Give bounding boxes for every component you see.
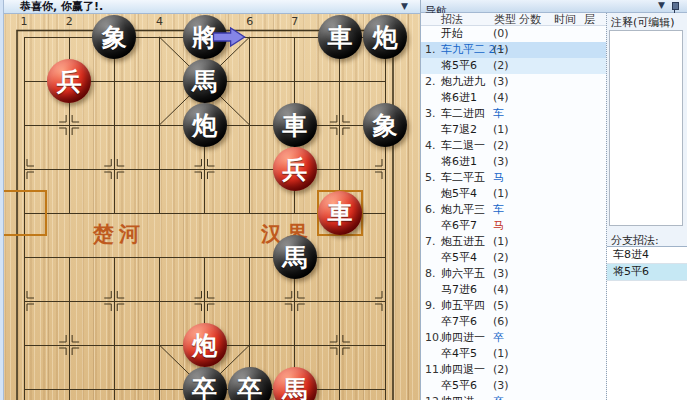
move-text: 卒5平4	[441, 250, 477, 266]
move-type: (4)	[493, 282, 509, 298]
move-text: 车二退一	[441, 138, 485, 154]
move-type: 车	[493, 202, 504, 218]
move-text: 炮五进五	[441, 234, 485, 250]
move-number: 10.	[425, 330, 443, 346]
move-text: 马7进6	[441, 282, 477, 298]
move-row[interactable]: 9.帅五平四(5)	[421, 298, 606, 314]
comment-textarea[interactable]	[609, 30, 683, 226]
move-row[interactable]: 卒5平4(2)	[421, 250, 606, 266]
move-row[interactable]: 卒6平7马	[421, 218, 606, 234]
move-text: 炮5平4	[441, 186, 477, 202]
move-text: 开始	[441, 26, 463, 42]
move-number: 5.	[425, 170, 436, 186]
move-number: 3.	[425, 106, 436, 122]
move-row[interactable]: 卒7平6(6)	[421, 314, 606, 330]
move-text: 帅五平四	[441, 298, 485, 314]
xiangqi-board[interactable]: 123456789楚河汉界象將車炮兵馬炮車象兵車馬炮卒卒馬	[4, 14, 420, 400]
col-header-type: 类型	[494, 13, 516, 26]
col-header-score: 分数	[519, 13, 541, 26]
move-row[interactable]: 10.帅四进一卒	[421, 330, 606, 346]
move-row[interactable]: 将5平6(2)	[421, 58, 606, 74]
move-type: (2)	[493, 58, 509, 74]
move-text: 帅四退一	[441, 362, 485, 378]
move-row[interactable]: 车7退2(1)	[421, 122, 606, 138]
col-header-time: 时间	[554, 13, 576, 26]
move-type: (3)	[493, 378, 509, 394]
move-row[interactable]: 6.炮九平三车	[421, 202, 606, 218]
navigation-titlebar: 导航 ▼	[421, 0, 687, 13]
move-type: (1)	[493, 42, 509, 58]
move-row[interactable]: 11.帅四退一(2)	[421, 362, 606, 378]
move-number: 6.	[425, 202, 436, 218]
move-table-header: 招法 类型 分数 时间 层	[421, 13, 606, 26]
move-type: (2)	[493, 362, 509, 378]
move-number: 9.	[425, 298, 436, 314]
move-row[interactable]: 1.车九平二 2~(1)	[421, 42, 606, 58]
move-text: 车7退2	[441, 122, 477, 138]
message-menu-chevron-icon[interactable]: ▼	[401, 1, 408, 11]
move-number: 4.	[425, 138, 436, 154]
branch-move-list: 车8进4将5平6	[607, 246, 687, 400]
move-type: 车	[493, 106, 504, 122]
move-text: 卒7平6	[441, 314, 477, 330]
move-number: 7.	[425, 234, 436, 250]
move-type: 马	[493, 218, 504, 234]
panel-menu-chevron-icon[interactable]: ▼	[658, 0, 665, 10]
move-type: (0)	[493, 26, 509, 42]
move-text: 车二进四	[441, 106, 485, 122]
move-number: 12.	[425, 394, 443, 400]
move-text: 炮九平三	[441, 202, 485, 218]
move-text: 车二平五	[441, 170, 485, 186]
move-type: 马	[493, 170, 504, 186]
move-row[interactable]: 马7进6(4)	[421, 282, 606, 298]
move-type: (4)	[493, 90, 509, 106]
move-row[interactable]: 8.帅六平五(3)	[421, 266, 606, 282]
move-type: (2)	[493, 138, 509, 154]
move-number: 1.	[425, 42, 436, 58]
move-row[interactable]: 将6进1(4)	[421, 90, 606, 106]
move-row[interactable]: 炮5平4(1)	[421, 186, 606, 202]
move-row[interactable]: 2.炮九进九(3)	[421, 74, 606, 90]
side-panel: 注释(可编辑) 分支招法: 车8进4将5平6	[607, 13, 687, 400]
move-row[interactable]: 开始(0)	[421, 26, 606, 42]
move-type: (1)	[493, 346, 509, 362]
move-type: (1)	[493, 186, 509, 202]
move-type: 卒	[493, 330, 504, 346]
move-arrow	[4, 14, 420, 400]
move-text: 将6进1	[441, 90, 477, 106]
move-number: 11.	[425, 362, 443, 378]
move-row[interactable]: 卒4平5(1)	[421, 346, 606, 362]
message-bar: 恭喜你, 你赢了!. ▼	[4, 0, 420, 14]
move-type: (6)	[493, 314, 509, 330]
col-header-layer: 层	[584, 13, 595, 26]
move-type: (3)	[493, 74, 509, 90]
move-row[interactable]: 将6进1(3)	[421, 154, 606, 170]
comment-label: 注释(可编辑)	[607, 13, 687, 30]
move-type: 卒	[493, 394, 504, 400]
move-text: 帅六平五	[441, 266, 485, 282]
branch-move-row[interactable]: 车8进4	[607, 247, 687, 264]
move-type: (1)	[493, 234, 509, 250]
move-row[interactable]: 4.车二退一(2)	[421, 138, 606, 154]
pin-icon[interactable]	[672, 2, 679, 10]
move-row[interactable]: 12.帅四进一卒	[421, 394, 606, 400]
navigation-panel: 导航 ▼ 招法 类型 分数 时间 层 开始(0)1.车九平二 2~(1)将5平6…	[420, 0, 687, 400]
move-text: 将6进1	[441, 154, 477, 170]
move-type: (3)	[493, 266, 509, 282]
move-text: 卒5平6	[441, 378, 477, 394]
move-type: (1)	[493, 122, 509, 138]
move-row[interactable]: 5.车二平五马	[421, 170, 606, 186]
move-row[interactable]: 7.炮五进五(1)	[421, 234, 606, 250]
branch-move-row[interactable]: 将5平6	[607, 264, 687, 281]
win-message: 恭喜你, 你赢了!.	[4, 0, 103, 13]
move-text: 帅四进一	[441, 330, 485, 346]
move-list: 开始(0)1.车九平二 2~(1)将5平6(2)2.炮九进九(3)将6进1(4)…	[421, 26, 606, 400]
move-text: 卒4平5	[441, 346, 477, 362]
move-text: 帅四进一	[441, 394, 485, 400]
move-type: (2)	[493, 250, 509, 266]
move-row[interactable]: 3.车二进四车	[421, 106, 606, 122]
move-text: 卒6平7	[441, 218, 477, 234]
move-number: 8.	[425, 266, 436, 282]
move-row[interactable]: 卒5平6(3)	[421, 378, 606, 394]
move-text: 将5平6	[441, 58, 477, 74]
col-header-move: 招法	[441, 13, 463, 26]
move-number: 2.	[425, 74, 436, 90]
move-type: (5)	[493, 298, 509, 314]
move-type: (3)	[493, 154, 509, 170]
xiangqi-app: 恭喜你, 你赢了!. ▼ 123456789楚河汉界象將車炮兵馬炮車象兵車馬炮卒…	[0, 0, 687, 400]
move-text: 炮九进九	[441, 74, 485, 90]
